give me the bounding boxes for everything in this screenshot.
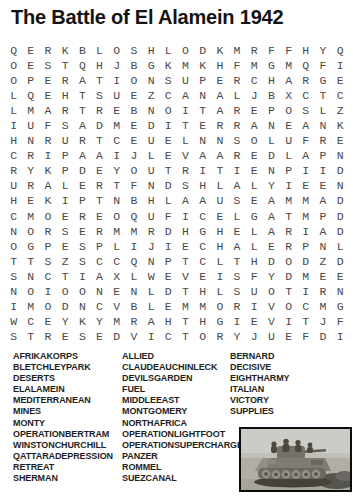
grid-cell-r13c19: A (314, 224, 331, 239)
grid-cell-r12c12: C (194, 209, 211, 224)
grid-cell-r8c3: I (39, 148, 56, 163)
grid-cell-r9c9: U (143, 163, 160, 178)
grid-cell-r8c9: L (143, 148, 160, 163)
grid-cell-r17c10: D (160, 284, 177, 299)
grid-cell-r4c2: Q (22, 88, 39, 103)
grid-cell-r17c16: O (263, 284, 280, 299)
grid-cell-r8c18: A (297, 148, 314, 163)
grid-cell-r7c10: E (160, 133, 177, 148)
grid-cell-r15c16: D (263, 254, 280, 269)
grid-cell-r7c13: N (211, 133, 228, 148)
grid-cell-r16c19: E (314, 269, 331, 284)
grid-cell-r17c14: S (228, 284, 245, 299)
grid-cell-r3c3: E (39, 73, 56, 88)
grid-cell-r10c14: A (228, 178, 245, 193)
grid-cell-r2c16: G (263, 58, 280, 73)
grid-cell-r1c8: S (125, 43, 142, 58)
grid-cell-r6c2: U (22, 118, 39, 133)
grid-cell-r9c19: I (314, 163, 331, 178)
grid-cell-r12c11: I (177, 209, 194, 224)
grid-cell-r17c11: T (177, 284, 194, 299)
grid-cell-r12c1: C (5, 209, 22, 224)
grid-cell-r16c6: A (91, 269, 108, 284)
grid-cell-r9c6: E (91, 163, 108, 178)
grid-cell-r19c18: T (297, 314, 314, 329)
grid-cell-r20c6: E (91, 329, 108, 344)
grid-cell-r7c7: C (108, 133, 125, 148)
grid-cell-r18c7: V (108, 299, 125, 314)
word-list-item: ROMMEL (122, 462, 243, 473)
grid-cell-r16c12: E (194, 269, 211, 284)
grid-cell-r2c19: F (314, 58, 331, 73)
grid-cell-r12c14: L (228, 209, 245, 224)
grid-cell-r19c12: H (194, 314, 211, 329)
grid-cell-r13c11: H (177, 224, 194, 239)
grid-cell-r16c3: C (39, 269, 56, 284)
grid-cell-r13c18: I (297, 224, 314, 239)
grid-cell-r1c10: L (160, 43, 177, 58)
grid-cell-r16c9: W (143, 269, 160, 284)
grid-cell-r14c5: S (74, 239, 91, 254)
grid-cell-r20c5: S (74, 329, 91, 344)
grid-cell-r13c14: E (228, 224, 245, 239)
grid-cell-r16c16: Y (263, 269, 280, 284)
grid-cell-r5c7: E (108, 103, 125, 118)
grid-cell-r5c1: L (5, 103, 22, 118)
grid-cell-r5c12: T (194, 103, 211, 118)
grid-cell-r14c8: I (125, 239, 142, 254)
grid-cell-r4c9: Z (143, 88, 160, 103)
grid-cell-r12c7: O (108, 209, 125, 224)
grid-cell-r13c15: L (246, 224, 263, 239)
grid-cell-r20c9: I (143, 329, 160, 344)
grid-cell-r17c8: N (125, 284, 142, 299)
grid-cell-r17c18: I (297, 284, 314, 299)
grid-cell-r2c11: M (177, 58, 194, 73)
grid-cell-r8c11: V (177, 148, 194, 163)
tank-photo (239, 427, 352, 492)
grid-cell-r15c5: S (74, 254, 91, 269)
word-list-item: ALLIED (122, 351, 243, 362)
grid-cell-r14c16: E (263, 239, 280, 254)
grid-cell-r15c7: C (108, 254, 125, 269)
grid-cell-r6c16: N (263, 118, 280, 133)
grid-cell-r12c15: G (246, 209, 263, 224)
grid-cell-r19c8: R (125, 314, 142, 329)
grid-cell-r1c1: Q (5, 43, 22, 58)
grid-cell-r2c3: S (39, 58, 56, 73)
grid-cell-r17c4: O (57, 284, 74, 299)
grid-cell-r4c16: B (263, 88, 280, 103)
word-list-item: OPERATIONSUPERCHARGE (122, 440, 243, 451)
grid-cell-r3c2: P (22, 73, 39, 88)
grid-cell-r17c17: T (280, 284, 297, 299)
word-list-item: AFRIKAKORPS (13, 351, 113, 362)
grid-cell-r4c14: L (228, 88, 245, 103)
grid-cell-r16c18: M (297, 269, 314, 284)
grid-cell-r17c13: L (211, 284, 228, 299)
grid-cell-r4c6: S (91, 88, 108, 103)
grid-cell-r16c15: F (246, 269, 263, 284)
word-list-item: OPERATIONBERTRAM (13, 429, 113, 440)
grid-cell-r20c20: I (332, 329, 349, 344)
grid-cell-r20c19: D (314, 329, 331, 344)
grid-cell-r2c13: H (211, 58, 228, 73)
grid-cell-r5c16: P (263, 103, 280, 118)
grid-cell-r18c18: C (297, 299, 314, 314)
grid-cell-r7c20: E (332, 133, 349, 148)
word-list-item: QATTARADEPRESSION (13, 451, 113, 462)
word-list-item: VICTORY (230, 395, 290, 406)
grid-cell-r18c14: R (228, 299, 245, 314)
grid-cell-r3c15: C (246, 73, 263, 88)
grid-cell-r1c14: M (228, 43, 245, 58)
grid-cell-r16c4: T (57, 269, 74, 284)
grid-cell-r19c14: I (228, 314, 245, 329)
grid-cell-r20c17: E (280, 329, 297, 344)
grid-cell-r18c11: M (177, 299, 194, 314)
word-list-item: MEDITERRANEAN (13, 395, 113, 406)
grid-cell-r6c9: D (143, 118, 160, 133)
word-list-column-2: ALLIEDCLAUDEAUCHINLECKDEVILSGARDENFUELMI… (122, 351, 243, 484)
grid-cell-r11c4: I (57, 193, 74, 208)
grid-cell-r3c14: R (228, 73, 245, 88)
grid-cell-r12c4: E (57, 209, 74, 224)
grid-cell-r5c14: R (228, 103, 245, 118)
grid-cell-r5c18: S (297, 103, 314, 118)
grid-cell-r14c20: L (332, 239, 349, 254)
grid-cell-r16c7: X (108, 269, 125, 284)
grid-cell-r14c7: L (108, 239, 125, 254)
grid-cell-r13c4: S (57, 224, 74, 239)
grid-cell-r4c7: U (108, 88, 125, 103)
grid-cell-r11c2: E (22, 193, 39, 208)
grid-cell-r18c16: V (263, 299, 280, 314)
grid-cell-r17c3: I (39, 284, 56, 299)
grid-cell-r20c12: O (194, 329, 211, 344)
grid-cell-r14c1: O (5, 239, 22, 254)
grid-cell-r16c1: S (5, 269, 22, 284)
grid-cell-r1c19: Y (314, 43, 331, 58)
grid-cell-r19c11: T (177, 314, 194, 329)
grid-cell-r9c15: E (246, 163, 263, 178)
grid-cell-r14c6: P (91, 239, 108, 254)
grid-cell-r1c4: K (57, 43, 74, 58)
grid-cell-r17c2: O (22, 284, 39, 299)
grid-cell-r3c20: E (332, 73, 349, 88)
grid-cell-r18c15: I (246, 299, 263, 314)
grid-cell-r12c8: Q (125, 209, 142, 224)
grid-cell-r2c9: G (143, 58, 160, 73)
grid-cell-r2c18: Q (297, 58, 314, 73)
grid-cell-r14c4: E (57, 239, 74, 254)
grid-cell-r8c13: A (211, 148, 228, 163)
grid-cell-r11c9: H (143, 193, 160, 208)
grid-cell-r16c5: I (74, 269, 91, 284)
grid-cell-r4c19: T (314, 88, 331, 103)
grid-cell-r18c8: B (125, 299, 142, 314)
grid-cell-r8c20: N (332, 148, 349, 163)
grid-cell-r15c11: T (177, 254, 194, 269)
grid-cell-r3c8: O (125, 73, 142, 88)
grid-cell-r3c4: R (57, 73, 74, 88)
word-list-item: SUPPLIES (230, 406, 290, 417)
grid-cell-r18c9: L (143, 299, 160, 314)
grid-cell-r20c14: Y (228, 329, 245, 344)
grid-cell-r20c8: V (125, 329, 142, 344)
grid-cell-r19c1: W (5, 314, 22, 329)
grid-cell-r12c13: E (211, 209, 228, 224)
grid-cell-r8c17: L (280, 148, 297, 163)
grid-cell-r11c7: N (108, 193, 125, 208)
grid-cell-r10c10: D (160, 178, 177, 193)
word-list-item: MONTGOMERY (122, 406, 243, 417)
grid-cell-r14c9: J (143, 239, 160, 254)
grid-cell-r11c18: M (297, 193, 314, 208)
grid-cell-r10c18: E (297, 178, 314, 193)
grid-cell-r13c8: M (125, 224, 142, 239)
grid-cell-r15c6: C (91, 254, 108, 269)
grid-cell-r14c15: L (246, 239, 263, 254)
grid-cell-r9c1: R (5, 163, 22, 178)
grid-cell-r6c4: S (57, 118, 74, 133)
grid-cell-r14c12: C (194, 239, 211, 254)
grid-cell-r9c5: D (74, 163, 91, 178)
grid-cell-r19c13: G (211, 314, 228, 329)
grid-cell-r13c13: H (211, 224, 228, 239)
grid-cell-r14c19: N (314, 239, 331, 254)
word-list-item: OPERATIONLIGHTFOOT (122, 429, 243, 440)
grid-cell-r1c2: E (22, 43, 39, 58)
grid-cell-r6c14: R (228, 118, 245, 133)
grid-cell-r12c6: E (91, 209, 108, 224)
grid-cell-r1c13: K (211, 43, 228, 58)
grid-cell-r6c18: A (297, 118, 314, 133)
grid-cell-r3c9: N (143, 73, 160, 88)
grid-cell-r2c6: H (91, 58, 108, 73)
grid-cell-r16c10: E (160, 269, 177, 284)
grid-cell-r9c4: P (57, 163, 74, 178)
grid-cell-r5c2: M (22, 103, 39, 118)
grid-cell-r3c7: I (108, 73, 125, 88)
page-title: The Battle of El Alamein 1942 (11, 6, 283, 29)
grid-cell-r14c2: G (22, 239, 39, 254)
grid-cell-r10c11: S (177, 178, 194, 193)
grid-cell-r1c9: H (143, 43, 160, 58)
grid-cell-r9c13: T (211, 163, 228, 178)
grid-cell-r15c3: S (39, 254, 56, 269)
grid-cell-r9c18: I (297, 163, 314, 178)
grid-cell-r6c5: A (74, 118, 91, 133)
grid-cell-r11c11: A (177, 193, 194, 208)
grid-cell-r20c10: C (160, 329, 177, 344)
grid-cell-r2c10: K (160, 58, 177, 73)
word-list-item: MONTY (13, 418, 113, 429)
grid-cell-r16c11: V (177, 269, 194, 284)
grid-cell-r7c9: U (143, 133, 160, 148)
grid-cell-r5c5: T (74, 103, 91, 118)
grid-cell-r8c5: A (74, 148, 91, 163)
grid-cell-r20c15: J (246, 329, 263, 344)
grid-cell-r11c10: L (160, 193, 177, 208)
grid-cell-r11c16: A (263, 193, 280, 208)
grid-cell-r17c20: N (332, 284, 349, 299)
grid-cell-r16c14: S (228, 269, 245, 284)
grid-cell-r2c14: F (228, 58, 245, 73)
grid-cell-r8c19: P (314, 148, 331, 163)
grid-cell-r19c16: V (263, 314, 280, 329)
grid-cell-r15c2: T (22, 254, 39, 269)
grid-cell-r8c8: J (125, 148, 142, 163)
grid-cell-r1c16: F (263, 43, 280, 58)
grid-cell-r18c10: E (160, 299, 177, 314)
grid-cell-r5c19: L (314, 103, 331, 118)
grid-cell-r17c1: N (5, 284, 22, 299)
grid-cell-r1c7: O (108, 43, 125, 58)
grid-cell-r5c8: B (125, 103, 142, 118)
grid-cell-r1c18: H (297, 43, 314, 58)
grid-cell-r11c19: A (314, 193, 331, 208)
grid-cell-r17c12: H (194, 284, 211, 299)
grid-cell-r18c19: M (314, 299, 331, 314)
grid-cell-r18c2: M (22, 299, 39, 314)
grid-cell-r14c14: A (228, 239, 245, 254)
grid-cell-r16c8: L (125, 269, 142, 284)
grid-cell-r18c3: O (39, 299, 56, 314)
grid-cell-r18c6: C (91, 299, 108, 314)
grid-cell-r19c3: E (39, 314, 56, 329)
grid-cell-r3c16: H (263, 73, 280, 88)
grid-cell-r3c13: E (211, 73, 228, 88)
grid-cell-r11c8: B (125, 193, 142, 208)
grid-cell-r17c19: R (314, 284, 331, 299)
grid-cell-r5c6: R (91, 103, 108, 118)
word-list-item: PANZER (122, 451, 243, 462)
grid-cell-r9c17: P (280, 163, 297, 178)
word-list-item: CLAUDEAUCHINLECK (122, 362, 243, 373)
grid-cell-r13c2: O (22, 224, 39, 239)
grid-cell-r15c1: T (5, 254, 22, 269)
grid-cell-r6c20: K (332, 118, 349, 133)
grid-cell-r18c1: I (5, 299, 22, 314)
grid-cell-r5c17: O (280, 103, 297, 118)
grid-cell-r13c5: E (74, 224, 91, 239)
grid-cell-r15c12: C (194, 254, 211, 269)
grid-cell-r9c16: N (263, 163, 280, 178)
grid-cell-r6c10: I (160, 118, 177, 133)
grid-cell-r19c9: A (143, 314, 160, 329)
grid-cell-r8c4: P (57, 148, 74, 163)
grid-cell-r6c12: E (194, 118, 211, 133)
grid-cell-r6c7: M (108, 118, 125, 133)
grid-cell-r9c11: R (177, 163, 194, 178)
grid-cell-r12c5: R (74, 209, 91, 224)
grid-cell-r4c1: L (5, 88, 22, 103)
grid-cell-r10c16: Y (263, 178, 280, 193)
grid-cell-r2c7: J (108, 58, 125, 73)
grid-cell-r17c7: E (108, 284, 125, 299)
grid-cell-r6c19: N (314, 118, 331, 133)
grid-cell-r12c17: T (280, 209, 297, 224)
grid-cell-r12c20: D (332, 209, 349, 224)
grid-cell-r19c19: J (314, 314, 331, 329)
grid-cell-r13c10: D (160, 224, 177, 239)
grid-cell-r11c17: M (280, 193, 297, 208)
grid-cell-r10c5: E (74, 178, 91, 193)
grid-cell-r8c15: E (246, 148, 263, 163)
grid-cell-r8c14: R (228, 148, 245, 163)
grid-cell-r3c5: A (74, 73, 91, 88)
grid-cell-r4c5: T (74, 88, 91, 103)
grid-cell-r7c4: U (57, 133, 74, 148)
grid-cell-r7c15: O (246, 133, 263, 148)
grid-cell-r12c10: F (160, 209, 177, 224)
word-list-item: MINES (13, 406, 113, 417)
grid-cell-r11c14: S (228, 193, 245, 208)
grid-cell-r13c17: R (280, 224, 297, 239)
grid-cell-r20c2: T (22, 329, 39, 344)
grid-cell-r19c17: I (280, 314, 297, 329)
grid-cell-r7c1: H (5, 133, 22, 148)
grid-cell-r10c13: L (211, 178, 228, 193)
grid-cell-r11c15: E (246, 193, 263, 208)
word-list-item: NORTHAFRICA (122, 418, 243, 429)
word-list-item: ELALAMEIN (13, 384, 113, 395)
grid-cell-r4c13: A (211, 88, 228, 103)
grid-cell-r19c6: Y (91, 314, 108, 329)
grid-cell-r4c10: C (160, 88, 177, 103)
word-list-item: FUEL (122, 384, 243, 395)
word-list-item: DECISIVE (230, 362, 290, 373)
grid-cell-r9c12: I (194, 163, 211, 178)
grid-cell-r12c16: A (263, 209, 280, 224)
grid-cell-r14c17: R (280, 239, 297, 254)
word-list-item: SUEZCANAL (122, 473, 243, 484)
grid-cell-r4c17: X (280, 88, 297, 103)
grid-cell-r20c7: D (108, 329, 125, 344)
grid-cell-r19c10: H (160, 314, 177, 329)
grid-cell-r19c4: Y (57, 314, 74, 329)
grid-cell-r8c6: A (91, 148, 108, 163)
word-list-item: MIDDLEEAST (122, 395, 243, 406)
grid-cell-r2c5: Q (74, 58, 91, 73)
grid-cell-r2c4: T (57, 58, 74, 73)
grid-cell-r13c3: R (39, 224, 56, 239)
grid-cell-r1c11: O (177, 43, 194, 58)
grid-cell-r2c8: B (125, 58, 142, 73)
grid-cell-r9c7: Y (108, 163, 125, 178)
word-list-column-3: BERNARDDECISIVEEIGHTHARMYITALIANVICTORYS… (230, 351, 290, 418)
grid-cell-r10c20: N (332, 178, 349, 193)
grid-cell-r4c11: A (177, 88, 194, 103)
grid-cell-r18c13: O (211, 299, 228, 314)
grid-cell-r15c20: D (332, 254, 349, 269)
grid-cell-r16c13: I (211, 269, 228, 284)
grid-cell-r11c6: T (91, 193, 108, 208)
grid-cell-r6c15: A (246, 118, 263, 133)
grid-cell-r12c2: M (22, 209, 39, 224)
grid-cell-r1c17: F (280, 43, 297, 58)
grid-cell-r20c13: R (211, 329, 228, 344)
grid-cell-r1c15: R (246, 43, 263, 58)
grid-cell-r3c17: A (280, 73, 297, 88)
grid-cell-r14c3: P (39, 239, 56, 254)
grid-cell-r14c13: H (211, 239, 228, 254)
grid-cell-r5c15: E (246, 103, 263, 118)
grid-cell-r19c7: M (108, 314, 125, 329)
word-list-item: DEVILSGARDEN (122, 373, 243, 384)
grid-cell-r9c3: K (39, 163, 56, 178)
